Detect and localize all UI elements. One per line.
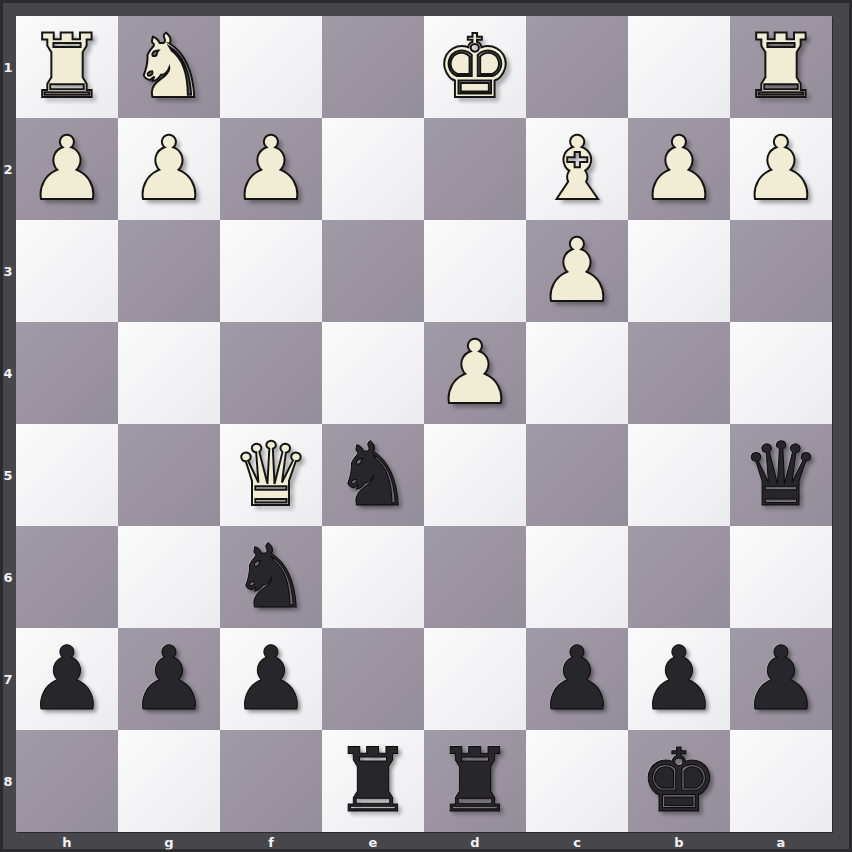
- square-d7[interactable]: [424, 628, 526, 730]
- square-c3[interactable]: ♟: [526, 220, 628, 322]
- chessboard: ♜♞♚♜♟♟♟♝♟♟♟♟♛♞♛♞♟♟♟♟♟♟♜♜♚: [16, 16, 832, 832]
- piece-white-pawn: ♟: [232, 118, 311, 220]
- square-b4[interactable]: [628, 322, 730, 424]
- file-label-f: f: [220, 832, 322, 852]
- file-label-h: h: [16, 832, 118, 852]
- square-h5[interactable]: [16, 424, 118, 526]
- square-b1[interactable]: [628, 16, 730, 118]
- square-d4[interactable]: ♟: [424, 322, 526, 424]
- piece-black-king: ♚: [640, 730, 719, 832]
- piece-black-rook: ♜: [334, 730, 413, 832]
- piece-white-pawn: ♟: [28, 118, 107, 220]
- file-label-g: g: [118, 832, 220, 852]
- square-d3[interactable]: [424, 220, 526, 322]
- square-f1[interactable]: [220, 16, 322, 118]
- square-b7[interactable]: ♟: [628, 628, 730, 730]
- piece-white-rook: ♜: [742, 16, 821, 118]
- square-b3[interactable]: [628, 220, 730, 322]
- square-h3[interactable]: [16, 220, 118, 322]
- file-label-d: d: [424, 832, 526, 852]
- piece-white-pawn: ♟: [742, 118, 821, 220]
- square-f8[interactable]: [220, 730, 322, 832]
- square-e4[interactable]: [322, 322, 424, 424]
- rank-label-3: 3: [0, 220, 16, 322]
- square-e3[interactable]: [322, 220, 424, 322]
- file-label-b: b: [628, 832, 730, 852]
- square-h4[interactable]: [16, 322, 118, 424]
- square-g3[interactable]: [118, 220, 220, 322]
- piece-white-bishop: ♝: [538, 118, 617, 220]
- square-g5[interactable]: [118, 424, 220, 526]
- square-c2[interactable]: ♝: [526, 118, 628, 220]
- square-h2[interactable]: ♟: [16, 118, 118, 220]
- square-d1[interactable]: ♚: [424, 16, 526, 118]
- square-e2[interactable]: [322, 118, 424, 220]
- piece-black-knight: ♞: [334, 424, 413, 526]
- piece-black-pawn: ♟: [232, 628, 311, 730]
- piece-black-queen: ♛: [742, 424, 821, 526]
- square-c6[interactable]: [526, 526, 628, 628]
- piece-black-knight: ♞: [232, 526, 311, 628]
- piece-white-knight: ♞: [130, 16, 209, 118]
- square-g7[interactable]: ♟: [118, 628, 220, 730]
- rank-labels: 12345678: [0, 16, 16, 832]
- square-a4[interactable]: [730, 322, 832, 424]
- square-d5[interactable]: [424, 424, 526, 526]
- piece-black-pawn: ♟: [640, 628, 719, 730]
- square-a3[interactable]: [730, 220, 832, 322]
- square-f5[interactable]: ♛: [220, 424, 322, 526]
- square-a6[interactable]: [730, 526, 832, 628]
- square-f4[interactable]: [220, 322, 322, 424]
- square-g4[interactable]: [118, 322, 220, 424]
- square-f7[interactable]: ♟: [220, 628, 322, 730]
- square-f6[interactable]: ♞: [220, 526, 322, 628]
- square-e5[interactable]: ♞: [322, 424, 424, 526]
- square-d8[interactable]: ♜: [424, 730, 526, 832]
- square-b8[interactable]: ♚: [628, 730, 730, 832]
- piece-white-queen: ♛: [232, 424, 311, 526]
- square-a8[interactable]: [730, 730, 832, 832]
- rank-label-6: 6: [0, 526, 16, 628]
- square-g2[interactable]: ♟: [118, 118, 220, 220]
- piece-white-king: ♚: [436, 16, 515, 118]
- square-b6[interactable]: [628, 526, 730, 628]
- square-g1[interactable]: ♞: [118, 16, 220, 118]
- square-e6[interactable]: [322, 526, 424, 628]
- file-labels: hgfedcba: [16, 832, 832, 852]
- rank-label-7: 7: [0, 628, 16, 730]
- square-b5[interactable]: [628, 424, 730, 526]
- square-f3[interactable]: [220, 220, 322, 322]
- square-c4[interactable]: [526, 322, 628, 424]
- square-a7[interactable]: ♟: [730, 628, 832, 730]
- square-h1[interactable]: ♜: [16, 16, 118, 118]
- piece-black-pawn: ♟: [538, 628, 617, 730]
- square-g8[interactable]: [118, 730, 220, 832]
- piece-black-pawn: ♟: [28, 628, 107, 730]
- piece-black-pawn: ♟: [130, 628, 209, 730]
- square-b2[interactable]: ♟: [628, 118, 730, 220]
- file-label-a: a: [730, 832, 832, 852]
- square-g6[interactable]: [118, 526, 220, 628]
- square-e1[interactable]: [322, 16, 424, 118]
- square-e7[interactable]: [322, 628, 424, 730]
- square-d2[interactable]: [424, 118, 526, 220]
- square-c5[interactable]: [526, 424, 628, 526]
- rank-label-8: 8: [0, 730, 16, 832]
- square-e8[interactable]: ♜: [322, 730, 424, 832]
- square-a5[interactable]: ♛: [730, 424, 832, 526]
- piece-white-pawn: ♟: [640, 118, 719, 220]
- square-a2[interactable]: ♟: [730, 118, 832, 220]
- square-c1[interactable]: [526, 16, 628, 118]
- square-a1[interactable]: ♜: [730, 16, 832, 118]
- rank-label-1: 1: [0, 16, 16, 118]
- square-h6[interactable]: [16, 526, 118, 628]
- piece-white-pawn: ♟: [436, 322, 515, 424]
- square-f2[interactable]: ♟: [220, 118, 322, 220]
- square-d6[interactable]: [424, 526, 526, 628]
- square-c7[interactable]: ♟: [526, 628, 628, 730]
- chessboard-frame: 12345678 hgfedcba ♜♞♚♜♟♟♟♝♟♟♟♟♛♞♛♞♟♟♟♟♟♟…: [0, 0, 852, 852]
- rank-label-2: 2: [0, 118, 16, 220]
- piece-white-pawn: ♟: [130, 118, 209, 220]
- file-label-e: e: [322, 832, 424, 852]
- rank-label-4: 4: [0, 322, 16, 424]
- piece-white-pawn: ♟: [538, 220, 617, 322]
- piece-black-rook: ♜: [436, 730, 515, 832]
- piece-white-rook: ♜: [28, 16, 107, 118]
- square-c8[interactable]: [526, 730, 628, 832]
- piece-black-pawn: ♟: [742, 628, 821, 730]
- square-h8[interactable]: [16, 730, 118, 832]
- file-label-c: c: [526, 832, 628, 852]
- square-h7[interactable]: ♟: [16, 628, 118, 730]
- rank-label-5: 5: [0, 424, 16, 526]
